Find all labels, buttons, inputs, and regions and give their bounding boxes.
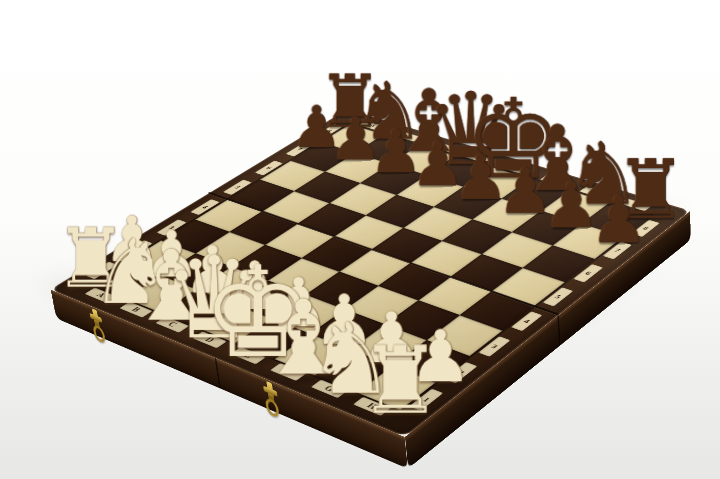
chess-board: ABCDEFGH ABCDEFGH 87654321 87654321 ♜♞♝♛… bbox=[51, 109, 691, 437]
product-photo-scene: ABCDEFGH ABCDEFGH 87654321 87654321 ♜♞♝♛… bbox=[0, 0, 720, 479]
board-perspective: ABCDEFGH ABCDEFGH 87654321 87654321 ♜♞♝♛… bbox=[121, 0, 622, 479]
right-seam bbox=[557, 315, 560, 346]
piece-white-rook: ♜ bbox=[358, 334, 442, 428]
